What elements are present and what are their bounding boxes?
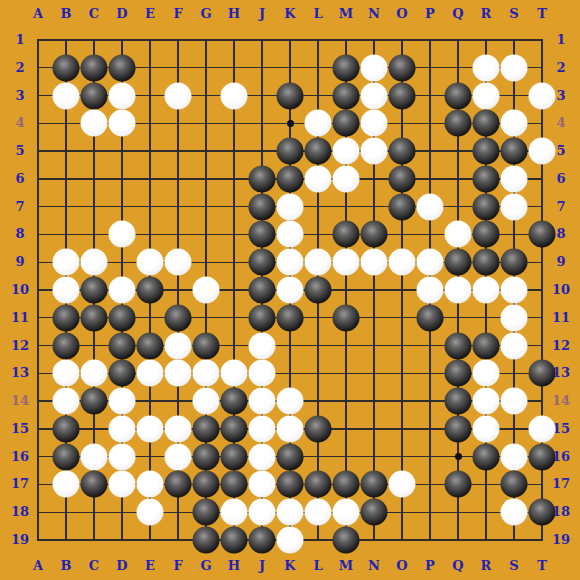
intersection-K14[interactable]	[276, 387, 304, 415]
intersection-B8[interactable]	[52, 221, 80, 249]
intersection-C3[interactable]	[80, 82, 108, 110]
intersection-N16[interactable]	[360, 443, 388, 471]
intersection-B5[interactable]	[52, 137, 80, 165]
intersection-T10[interactable]	[528, 276, 556, 304]
intersection-D13[interactable]	[108, 359, 136, 387]
intersection-H16[interactable]	[220, 443, 248, 471]
intersection-E12[interactable]	[136, 332, 164, 360]
intersection-N5[interactable]	[360, 137, 388, 165]
intersection-O12[interactable]	[388, 332, 416, 360]
intersection-T13[interactable]	[528, 359, 556, 387]
intersection-R3[interactable]	[472, 82, 500, 110]
intersection-D15[interactable]	[108, 415, 136, 443]
intersection-M19[interactable]	[332, 526, 360, 554]
intersection-E6[interactable]	[136, 165, 164, 193]
intersection-G15[interactable]	[192, 415, 220, 443]
intersection-C4[interactable]	[80, 109, 108, 137]
intersection-M2[interactable]	[332, 54, 360, 82]
intersection-K17[interactable]	[276, 471, 304, 499]
intersection-J2[interactable]	[248, 54, 276, 82]
intersection-B11[interactable]	[52, 304, 80, 332]
intersection-F19[interactable]	[164, 526, 192, 554]
intersection-E19[interactable]	[136, 526, 164, 554]
intersection-D18[interactable]	[108, 498, 136, 526]
intersection-Q6[interactable]	[444, 165, 472, 193]
intersection-E17[interactable]	[136, 471, 164, 499]
intersection-R15[interactable]	[472, 415, 500, 443]
intersection-E13[interactable]	[136, 359, 164, 387]
intersection-A1[interactable]	[24, 26, 52, 54]
intersection-D1[interactable]	[108, 26, 136, 54]
intersection-H2[interactable]	[220, 54, 248, 82]
intersection-L17[interactable]	[304, 471, 332, 499]
intersection-D14[interactable]	[108, 387, 136, 415]
intersection-O5[interactable]	[388, 137, 416, 165]
intersection-H10[interactable]	[220, 276, 248, 304]
intersection-L5[interactable]	[304, 137, 332, 165]
intersection-P18[interactable]	[416, 498, 444, 526]
intersection-O18[interactable]	[388, 498, 416, 526]
intersection-G16[interactable]	[192, 443, 220, 471]
intersection-F16[interactable]	[164, 443, 192, 471]
intersection-R4[interactable]	[472, 109, 500, 137]
intersection-E2[interactable]	[136, 54, 164, 82]
intersection-N8[interactable]	[360, 221, 388, 249]
intersection-O2[interactable]	[388, 54, 416, 82]
intersection-T6[interactable]	[528, 165, 556, 193]
intersection-J7[interactable]	[248, 193, 276, 221]
intersection-M15[interactable]	[332, 415, 360, 443]
intersection-L2[interactable]	[304, 54, 332, 82]
intersection-E10[interactable]	[136, 276, 164, 304]
intersection-B14[interactable]	[52, 387, 80, 415]
intersection-M4[interactable]	[332, 109, 360, 137]
intersection-C11[interactable]	[80, 304, 108, 332]
intersection-D19[interactable]	[108, 526, 136, 554]
intersection-H15[interactable]	[220, 415, 248, 443]
intersection-Q1[interactable]	[444, 26, 472, 54]
intersection-T1[interactable]	[528, 26, 556, 54]
intersection-S18[interactable]	[500, 498, 528, 526]
intersection-M18[interactable]	[332, 498, 360, 526]
intersection-K12[interactable]	[276, 332, 304, 360]
intersection-M6[interactable]	[332, 165, 360, 193]
intersection-Q7[interactable]	[444, 193, 472, 221]
intersection-Q17[interactable]	[444, 471, 472, 499]
intersection-J15[interactable]	[248, 415, 276, 443]
intersection-Q4[interactable]	[444, 109, 472, 137]
intersection-F17[interactable]	[164, 471, 192, 499]
intersection-Q13[interactable]	[444, 359, 472, 387]
intersection-S6[interactable]	[500, 165, 528, 193]
intersection-Q11[interactable]	[444, 304, 472, 332]
intersection-N12[interactable]	[360, 332, 388, 360]
intersection-J6[interactable]	[248, 165, 276, 193]
intersection-Q15[interactable]	[444, 415, 472, 443]
intersection-M8[interactable]	[332, 221, 360, 249]
intersection-D7[interactable]	[108, 193, 136, 221]
intersection-G11[interactable]	[192, 304, 220, 332]
intersection-E14[interactable]	[136, 387, 164, 415]
intersection-G17[interactable]	[192, 471, 220, 499]
intersection-N14[interactable]	[360, 387, 388, 415]
intersection-S15[interactable]	[500, 415, 528, 443]
intersection-O1[interactable]	[388, 26, 416, 54]
intersection-H11[interactable]	[220, 304, 248, 332]
intersection-R9[interactable]	[472, 248, 500, 276]
intersection-R14[interactable]	[472, 387, 500, 415]
intersection-A17[interactable]	[24, 471, 52, 499]
intersection-C6[interactable]	[80, 165, 108, 193]
intersection-S16[interactable]	[500, 443, 528, 471]
intersection-C2[interactable]	[80, 54, 108, 82]
intersection-K3[interactable]	[276, 82, 304, 110]
intersection-O19[interactable]	[388, 526, 416, 554]
intersection-F5[interactable]	[164, 137, 192, 165]
intersection-L10[interactable]	[304, 276, 332, 304]
intersection-M7[interactable]	[332, 193, 360, 221]
intersection-L12[interactable]	[304, 332, 332, 360]
intersection-R10[interactable]	[472, 276, 500, 304]
intersection-E5[interactable]	[136, 137, 164, 165]
intersection-O14[interactable]	[388, 387, 416, 415]
intersection-F15[interactable]	[164, 415, 192, 443]
intersection-L19[interactable]	[304, 526, 332, 554]
intersection-C17[interactable]	[80, 471, 108, 499]
intersection-N13[interactable]	[360, 359, 388, 387]
intersection-G14[interactable]	[192, 387, 220, 415]
intersection-G18[interactable]	[192, 498, 220, 526]
intersection-T11[interactable]	[528, 304, 556, 332]
intersection-E15[interactable]	[136, 415, 164, 443]
intersection-T16[interactable]	[528, 443, 556, 471]
intersection-Q8[interactable]	[444, 221, 472, 249]
intersection-D3[interactable]	[108, 82, 136, 110]
intersection-K5[interactable]	[276, 137, 304, 165]
intersection-A11[interactable]	[24, 304, 52, 332]
intersection-A13[interactable]	[24, 359, 52, 387]
intersection-T9[interactable]	[528, 248, 556, 276]
intersection-N10[interactable]	[360, 276, 388, 304]
intersection-R19[interactable]	[472, 526, 500, 554]
intersection-P8[interactable]	[416, 221, 444, 249]
intersection-H18[interactable]	[220, 498, 248, 526]
intersection-G12[interactable]	[192, 332, 220, 360]
intersection-N9[interactable]	[360, 248, 388, 276]
intersection-R16[interactable]	[472, 443, 500, 471]
intersection-P6[interactable]	[416, 165, 444, 193]
intersection-C18[interactable]	[80, 498, 108, 526]
intersection-G13[interactable]	[192, 359, 220, 387]
intersection-L7[interactable]	[304, 193, 332, 221]
intersection-A14[interactable]	[24, 387, 52, 415]
intersection-C7[interactable]	[80, 193, 108, 221]
intersection-K15[interactable]	[276, 415, 304, 443]
intersection-T3[interactable]	[528, 82, 556, 110]
intersection-M9[interactable]	[332, 248, 360, 276]
intersection-J17[interactable]	[248, 471, 276, 499]
intersection-N2[interactable]	[360, 54, 388, 82]
intersection-Q12[interactable]	[444, 332, 472, 360]
intersection-T17[interactable]	[528, 471, 556, 499]
intersection-L18[interactable]	[304, 498, 332, 526]
intersection-T15[interactable]	[528, 415, 556, 443]
intersection-L6[interactable]	[304, 165, 332, 193]
intersection-G10[interactable]	[192, 276, 220, 304]
intersection-F13[interactable]	[164, 359, 192, 387]
intersection-P19[interactable]	[416, 526, 444, 554]
intersection-Q9[interactable]	[444, 248, 472, 276]
intersection-K11[interactable]	[276, 304, 304, 332]
intersection-J19[interactable]	[248, 526, 276, 554]
intersection-G7[interactable]	[192, 193, 220, 221]
intersection-G5[interactable]	[192, 137, 220, 165]
intersection-A16[interactable]	[24, 443, 52, 471]
intersection-K4[interactable]	[276, 109, 304, 137]
intersection-J11[interactable]	[248, 304, 276, 332]
intersection-B19[interactable]	[52, 526, 80, 554]
intersection-L14[interactable]	[304, 387, 332, 415]
intersection-H5[interactable]	[220, 137, 248, 165]
intersection-L15[interactable]	[304, 415, 332, 443]
intersection-D5[interactable]	[108, 137, 136, 165]
intersection-R18[interactable]	[472, 498, 500, 526]
intersection-D10[interactable]	[108, 276, 136, 304]
intersection-A8[interactable]	[24, 221, 52, 249]
intersection-K13[interactable]	[276, 359, 304, 387]
intersection-F7[interactable]	[164, 193, 192, 221]
intersection-A6[interactable]	[24, 165, 52, 193]
intersection-C10[interactable]	[80, 276, 108, 304]
intersection-M1[interactable]	[332, 26, 360, 54]
intersection-K18[interactable]	[276, 498, 304, 526]
intersection-S2[interactable]	[500, 54, 528, 82]
intersection-H12[interactable]	[220, 332, 248, 360]
intersection-T7[interactable]	[528, 193, 556, 221]
intersection-H3[interactable]	[220, 82, 248, 110]
intersection-R11[interactable]	[472, 304, 500, 332]
intersection-B15[interactable]	[52, 415, 80, 443]
intersection-L8[interactable]	[304, 221, 332, 249]
intersection-E9[interactable]	[136, 248, 164, 276]
intersection-T5[interactable]	[528, 137, 556, 165]
intersection-D11[interactable]	[108, 304, 136, 332]
intersection-P12[interactable]	[416, 332, 444, 360]
intersection-D6[interactable]	[108, 165, 136, 193]
intersection-A12[interactable]	[24, 332, 52, 360]
intersection-O4[interactable]	[388, 109, 416, 137]
intersection-B12[interactable]	[52, 332, 80, 360]
intersection-G1[interactable]	[192, 26, 220, 54]
intersection-D2[interactable]	[108, 54, 136, 82]
intersection-N3[interactable]	[360, 82, 388, 110]
intersection-J18[interactable]	[248, 498, 276, 526]
intersection-Q5[interactable]	[444, 137, 472, 165]
intersection-F9[interactable]	[164, 248, 192, 276]
intersection-S7[interactable]	[500, 193, 528, 221]
intersection-M16[interactable]	[332, 443, 360, 471]
intersection-P14[interactable]	[416, 387, 444, 415]
intersection-R8[interactable]	[472, 221, 500, 249]
intersection-P9[interactable]	[416, 248, 444, 276]
intersection-S13[interactable]	[500, 359, 528, 387]
intersection-B7[interactable]	[52, 193, 80, 221]
intersection-P11[interactable]	[416, 304, 444, 332]
intersection-P7[interactable]	[416, 193, 444, 221]
intersection-S1[interactable]	[500, 26, 528, 54]
intersection-O9[interactable]	[388, 248, 416, 276]
intersection-T18[interactable]	[528, 498, 556, 526]
intersection-F3[interactable]	[164, 82, 192, 110]
intersection-F1[interactable]	[164, 26, 192, 54]
intersection-E18[interactable]	[136, 498, 164, 526]
intersection-C12[interactable]	[80, 332, 108, 360]
intersection-P1[interactable]	[416, 26, 444, 54]
intersection-K9[interactable]	[276, 248, 304, 276]
intersection-K16[interactable]	[276, 443, 304, 471]
intersection-T12[interactable]	[528, 332, 556, 360]
intersection-F6[interactable]	[164, 165, 192, 193]
intersection-J10[interactable]	[248, 276, 276, 304]
intersection-F8[interactable]	[164, 221, 192, 249]
intersection-N7[interactable]	[360, 193, 388, 221]
intersection-H1[interactable]	[220, 26, 248, 54]
intersection-A2[interactable]	[24, 54, 52, 82]
intersection-A15[interactable]	[24, 415, 52, 443]
intersection-F10[interactable]	[164, 276, 192, 304]
intersection-A3[interactable]	[24, 82, 52, 110]
intersection-O3[interactable]	[388, 82, 416, 110]
intersection-J5[interactable]	[248, 137, 276, 165]
intersection-O13[interactable]	[388, 359, 416, 387]
intersection-R5[interactable]	[472, 137, 500, 165]
intersection-B3[interactable]	[52, 82, 80, 110]
intersection-C16[interactable]	[80, 443, 108, 471]
intersection-C13[interactable]	[80, 359, 108, 387]
intersection-S9[interactable]	[500, 248, 528, 276]
intersection-E8[interactable]	[136, 221, 164, 249]
intersection-N19[interactable]	[360, 526, 388, 554]
intersection-H17[interactable]	[220, 471, 248, 499]
intersection-A5[interactable]	[24, 137, 52, 165]
intersection-P13[interactable]	[416, 359, 444, 387]
intersection-P2[interactable]	[416, 54, 444, 82]
intersection-O10[interactable]	[388, 276, 416, 304]
intersection-Q14[interactable]	[444, 387, 472, 415]
intersection-J16[interactable]	[248, 443, 276, 471]
intersection-B9[interactable]	[52, 248, 80, 276]
intersection-K19[interactable]	[276, 526, 304, 554]
intersection-B1[interactable]	[52, 26, 80, 54]
intersection-J3[interactable]	[248, 82, 276, 110]
intersection-H6[interactable]	[220, 165, 248, 193]
intersection-F18[interactable]	[164, 498, 192, 526]
intersection-S11[interactable]	[500, 304, 528, 332]
intersection-K8[interactable]	[276, 221, 304, 249]
intersection-N11[interactable]	[360, 304, 388, 332]
intersection-Q16[interactable]	[444, 443, 472, 471]
intersection-J13[interactable]	[248, 359, 276, 387]
intersection-A10[interactable]	[24, 276, 52, 304]
intersection-D9[interactable]	[108, 248, 136, 276]
intersection-Q18[interactable]	[444, 498, 472, 526]
intersection-F4[interactable]	[164, 109, 192, 137]
intersection-G2[interactable]	[192, 54, 220, 82]
intersection-P15[interactable]	[416, 415, 444, 443]
intersection-K6[interactable]	[276, 165, 304, 193]
intersection-G3[interactable]	[192, 82, 220, 110]
intersection-R13[interactable]	[472, 359, 500, 387]
intersection-C14[interactable]	[80, 387, 108, 415]
intersection-A9[interactable]	[24, 248, 52, 276]
intersection-B17[interactable]	[52, 471, 80, 499]
intersection-O15[interactable]	[388, 415, 416, 443]
intersection-L11[interactable]	[304, 304, 332, 332]
intersection-F12[interactable]	[164, 332, 192, 360]
intersection-E7[interactable]	[136, 193, 164, 221]
intersection-L16[interactable]	[304, 443, 332, 471]
intersection-R2[interactable]	[472, 54, 500, 82]
intersection-T4[interactable]	[528, 109, 556, 137]
intersection-K1[interactable]	[276, 26, 304, 54]
intersection-M12[interactable]	[332, 332, 360, 360]
intersection-S12[interactable]	[500, 332, 528, 360]
intersection-E1[interactable]	[136, 26, 164, 54]
intersection-H13[interactable]	[220, 359, 248, 387]
intersection-Q2[interactable]	[444, 54, 472, 82]
intersection-L4[interactable]	[304, 109, 332, 137]
intersection-N1[interactable]	[360, 26, 388, 54]
intersection-K2[interactable]	[276, 54, 304, 82]
intersection-L1[interactable]	[304, 26, 332, 54]
intersection-G4[interactable]	[192, 109, 220, 137]
intersection-D16[interactable]	[108, 443, 136, 471]
intersection-E16[interactable]	[136, 443, 164, 471]
intersection-G8[interactable]	[192, 221, 220, 249]
intersection-N6[interactable]	[360, 165, 388, 193]
intersection-M14[interactable]	[332, 387, 360, 415]
intersection-T8[interactable]	[528, 221, 556, 249]
intersection-A4[interactable]	[24, 109, 52, 137]
intersection-S17[interactable]	[500, 471, 528, 499]
intersection-P10[interactable]	[416, 276, 444, 304]
intersection-G9[interactable]	[192, 248, 220, 276]
intersection-B18[interactable]	[52, 498, 80, 526]
intersection-A18[interactable]	[24, 498, 52, 526]
intersection-E3[interactable]	[136, 82, 164, 110]
intersection-S10[interactable]	[500, 276, 528, 304]
intersection-D12[interactable]	[108, 332, 136, 360]
intersection-F2[interactable]	[164, 54, 192, 82]
intersection-S19[interactable]	[500, 526, 528, 554]
intersection-H14[interactable]	[220, 387, 248, 415]
intersection-C19[interactable]	[80, 526, 108, 554]
intersection-T14[interactable]	[528, 387, 556, 415]
intersection-G19[interactable]	[192, 526, 220, 554]
intersection-D8[interactable]	[108, 221, 136, 249]
intersection-C9[interactable]	[80, 248, 108, 276]
intersection-S5[interactable]	[500, 137, 528, 165]
intersection-O17[interactable]	[388, 471, 416, 499]
intersection-P3[interactable]	[416, 82, 444, 110]
intersection-B13[interactable]	[52, 359, 80, 387]
intersection-M5[interactable]	[332, 137, 360, 165]
intersection-B4[interactable]	[52, 109, 80, 137]
intersection-D4[interactable]	[108, 109, 136, 137]
intersection-M11[interactable]	[332, 304, 360, 332]
intersection-O6[interactable]	[388, 165, 416, 193]
intersection-N4[interactable]	[360, 109, 388, 137]
